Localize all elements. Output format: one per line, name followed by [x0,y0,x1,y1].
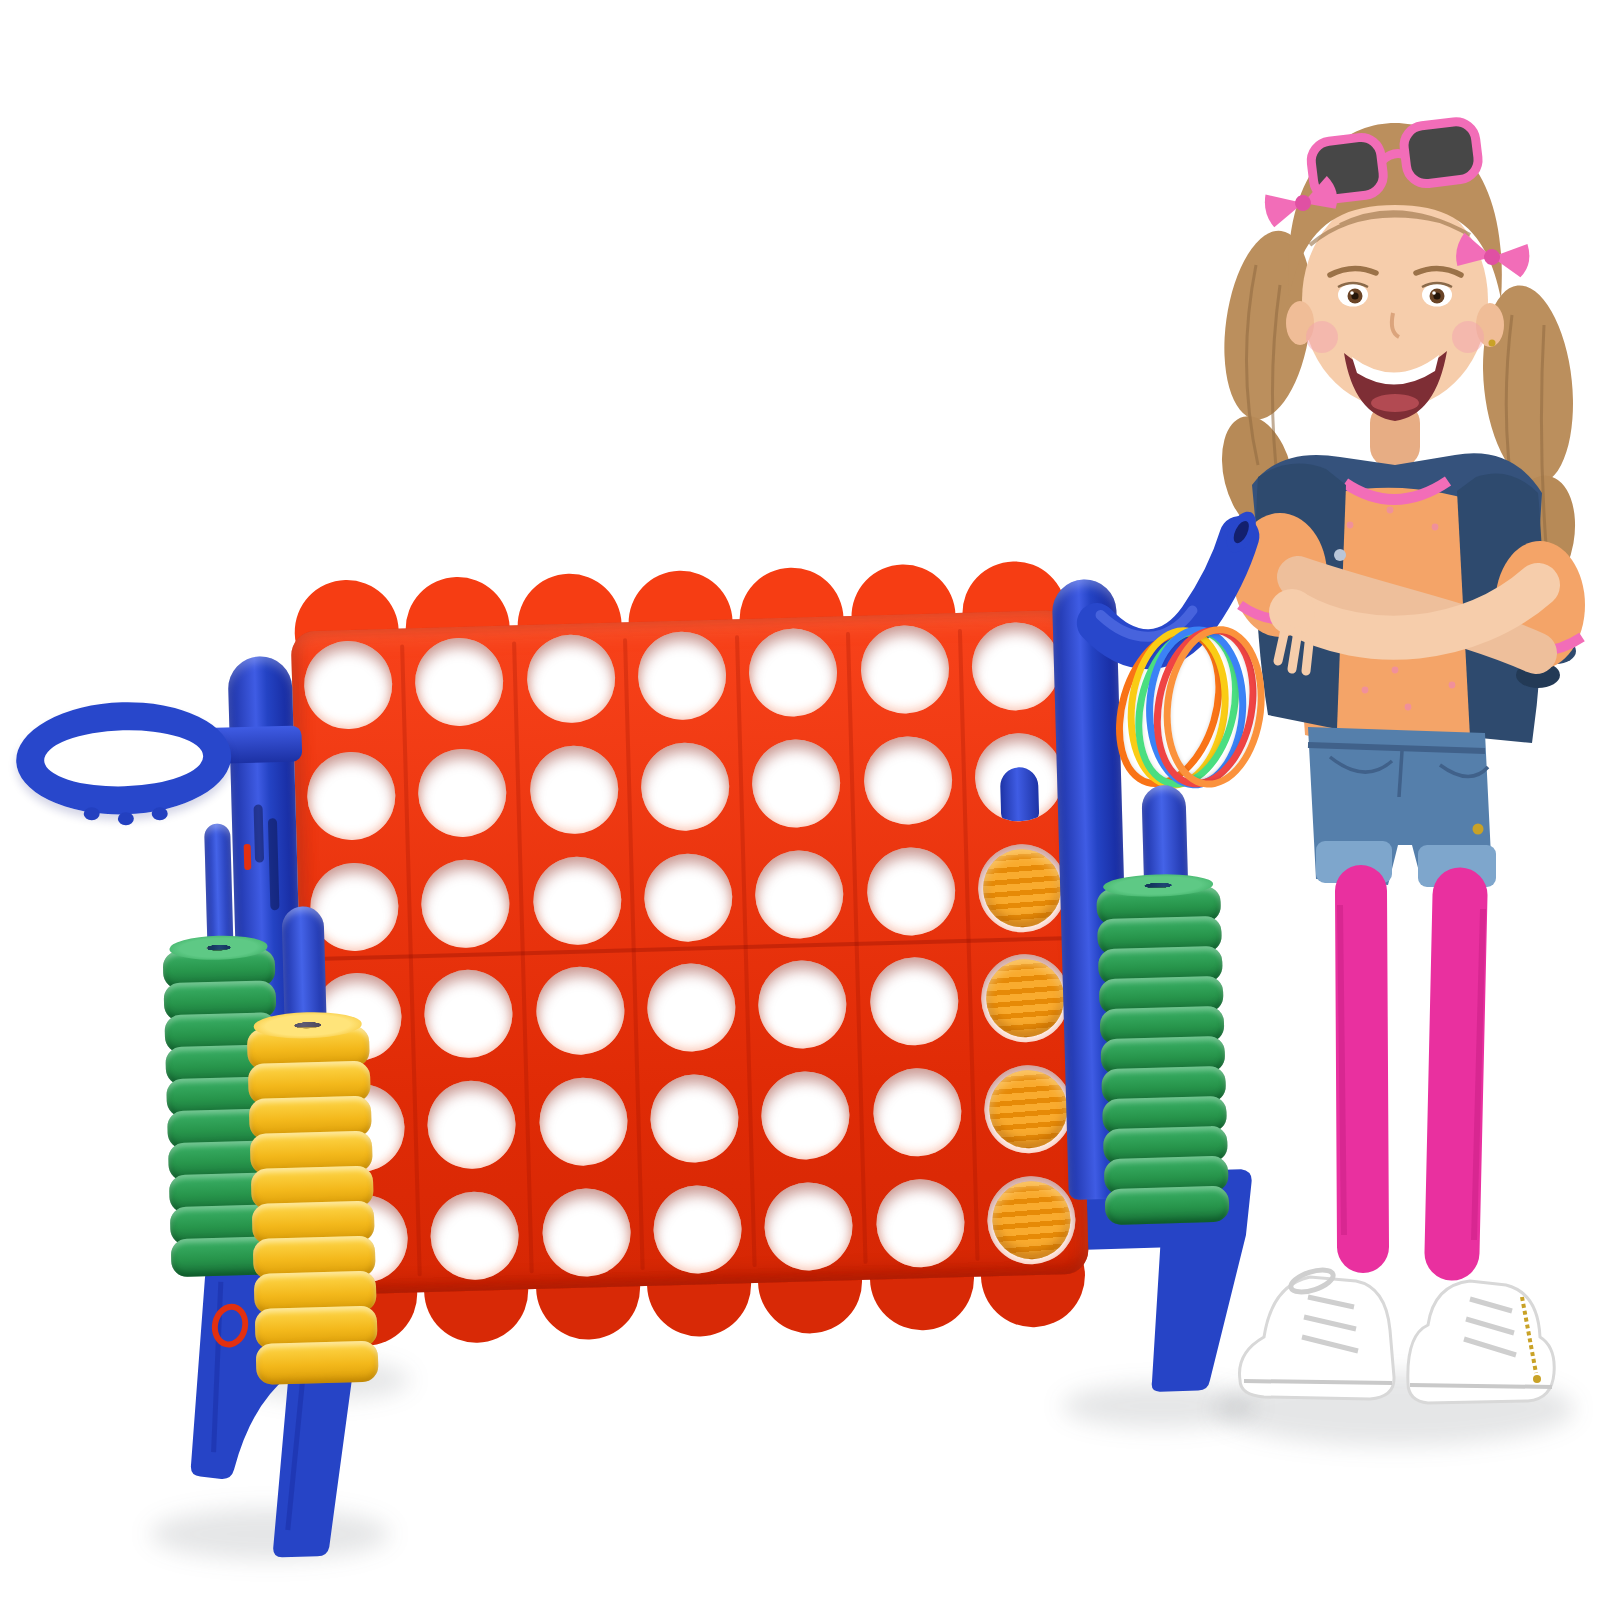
storage-disc-green [1105,1186,1230,1225]
board-hole-c5-r3 [754,849,844,939]
board-hole-c7-r1 [971,621,1061,711]
storage-disc-yellow [256,1340,379,1384]
board-hole-c4-r3 [643,852,733,942]
loose-red-ring [208,1300,253,1351]
board-hole-c6-r4 [869,956,959,1046]
board-hole-c2-r3 [420,858,510,948]
board-hole-c1-r2 [306,751,396,841]
board-rib [401,644,423,1276]
post-slot [254,804,265,862]
board-hole-c3-r4 [535,966,625,1056]
board-rib [846,632,868,1264]
board-hole-c2-r1 [414,637,504,727]
board-hole-c3-r6 [541,1187,631,1277]
board-hole-c7-r5 [983,1064,1073,1154]
hoop-nub [118,812,134,825]
basketball-hoop [15,699,233,817]
orange-disc [989,1069,1069,1149]
board-hole-c3-r2 [529,745,619,835]
board-hole-c4-r4 [646,963,736,1053]
connect-four-structure [0,0,1600,1600]
product-photo [0,0,1600,1600]
board-rib [512,641,534,1273]
post-red-clip [244,844,252,870]
board-hole-c3-r1 [525,634,615,724]
board-hole-c7-r3 [977,843,1067,933]
hoop-nub [84,807,100,820]
board-hole-c2-r5 [426,1080,516,1170]
board-hole-c4-r5 [649,1073,739,1163]
board-hole-c7-r6 [986,1175,1076,1265]
board-hole-c4-r2 [640,741,730,831]
board-hole-c6-r6 [875,1178,965,1268]
board-hole-c5-r4 [758,960,848,1050]
board-hole-c1-r1 [303,640,393,730]
board-hole-c5-r2 [751,738,841,828]
board-hole-c6-r3 [866,846,956,936]
board-hole-c4-r6 [652,1184,742,1274]
orange-disc [992,1180,1072,1260]
board-hole-c6-r1 [860,625,950,715]
board-hole-c2-r6 [430,1190,520,1280]
orange-disc [982,848,1062,928]
hoop-nub [152,807,168,820]
board-rib [957,629,979,1261]
board-rib [735,635,757,1267]
board-hole-c6-r2 [863,735,953,825]
board-hole-c4-r1 [637,631,727,721]
board-hole-c5-r1 [748,628,838,718]
board-hole-c5-r5 [761,1070,851,1160]
board-hole-c6-r5 [872,1067,962,1157]
orange-disc [985,959,1065,1039]
tube-flared-tip [1221,507,1262,557]
game-board [291,610,1089,1296]
board-hole-c3-r3 [532,855,622,945]
blue-peg-glimpse [1000,767,1039,822]
board-rib [623,638,645,1270]
board-hole-c7-r4 [980,953,1070,1043]
disc-top-face [169,935,268,961]
board-hole-c5-r6 [764,1181,854,1271]
board-hole-c3-r5 [538,1076,628,1166]
board-hole-c7-r2 [974,732,1064,822]
board-hole-c2-r2 [417,748,507,838]
board-hole-c2-r4 [423,969,513,1059]
post-slot [268,818,280,910]
